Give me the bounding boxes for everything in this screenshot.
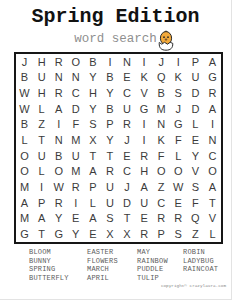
grid-cell[interactable]: U <box>101 195 118 211</box>
grid-cell[interactable]: B <box>16 70 33 86</box>
grid-cell[interactable]: J <box>16 54 33 70</box>
grid-cell[interactable]: L <box>204 226 221 242</box>
grid-cell[interactable]: A <box>204 54 221 70</box>
grid-cell[interactable]: E <box>84 226 101 242</box>
grid-cell[interactable]: S <box>170 85 187 101</box>
grid-cell[interactable]: Y <box>67 226 84 242</box>
word-list-item: FLOWERS <box>87 257 137 266</box>
grid-cell[interactable]: B <box>50 148 67 164</box>
grid-cell[interactable]: I <box>170 54 187 70</box>
grid-cell[interactable]: T <box>119 211 136 227</box>
grid-cell[interactable]: R <box>50 85 67 101</box>
grid-cell[interactable]: L <box>84 195 101 211</box>
grid-cell[interactable]: G <box>16 226 33 242</box>
grid-cell[interactable]: H <box>33 54 50 70</box>
grid-cell[interactable]: G <box>136 101 153 117</box>
grid-cell[interactable]: O <box>50 164 67 180</box>
grid-cell[interactable]: F <box>170 132 187 148</box>
grid-cell[interactable]: Y <box>84 101 101 117</box>
grid-cell[interactable]: E <box>170 195 187 211</box>
word-list-item: RAINBOW <box>137 257 183 266</box>
grid-cell[interactable]: F <box>67 117 84 133</box>
grid-cell[interactable]: P <box>33 195 50 211</box>
grid-cell[interactable]: R <box>119 117 136 133</box>
grid-cell[interactable]: A <box>204 101 221 117</box>
grid-cell[interactable]: E <box>119 148 136 164</box>
grid-cell[interactable]: M <box>16 211 33 227</box>
grid-cell[interactable]: B <box>16 117 33 133</box>
grid-cell[interactable]: Q <box>153 70 170 86</box>
grid-cell[interactable]: W <box>16 101 33 117</box>
grid-cell[interactable]: Z <box>153 179 170 195</box>
grid-cell[interactable]: A <box>16 195 33 211</box>
word-list-item: PUDDLE <box>137 265 183 274</box>
grid-cell[interactable]: I <box>204 117 221 133</box>
word-list-item: ROBIN <box>183 248 218 257</box>
grid-cell[interactable]: A <box>204 179 221 195</box>
grid-cell[interactable]: Y <box>50 211 67 227</box>
grid-cell[interactable]: I <box>67 195 84 211</box>
grid-cell[interactable]: R <box>153 211 170 227</box>
grid-cell[interactable]: N <box>50 132 67 148</box>
grid-cell[interactable]: O <box>153 164 170 180</box>
grid-cell[interactable]: L <box>16 132 33 148</box>
grid-cell[interactable]: B <box>101 101 118 117</box>
grid-cell[interactable]: K <box>153 132 170 148</box>
grid-cell[interactable]: O <box>16 148 33 164</box>
grid-cell[interactable]: O <box>67 54 84 70</box>
grid-cell[interactable]: V <box>204 211 221 227</box>
grid-cell[interactable]: A <box>84 211 101 227</box>
grid-cell[interactable]: I <box>33 179 50 195</box>
grid-cell[interactable]: G <box>170 117 187 133</box>
grid-cell[interactable]: N <box>67 70 84 86</box>
grid-cell[interactable]: S <box>84 117 101 133</box>
grid-cell[interactable]: X <box>119 226 136 242</box>
grid-cell[interactable]: M <box>67 132 84 148</box>
word-list-column: EASTERFLOWERSMARCHAPRIL <box>87 248 137 282</box>
grid-cell[interactable]: T <box>84 148 101 164</box>
word-list: BLOOMBUNNYSPRINGBUTTERFLYEASTERFLOWERSMA… <box>29 248 218 282</box>
word-list-item: TULIP <box>137 274 183 283</box>
grid-cell[interactable]: R <box>50 195 67 211</box>
word-list-column: BLOOMBUNNYSPRINGBUTTERFLY <box>29 248 87 282</box>
grid-cell[interactable]: Y <box>187 148 204 164</box>
grid-cell[interactable]: I <box>50 117 67 133</box>
grid-cell[interactable]: N <box>119 54 136 70</box>
grid-cell[interactable]: K <box>170 70 187 86</box>
grid-cell[interactable]: B <box>153 85 170 101</box>
grid-cell[interactable]: L <box>187 117 204 133</box>
grid-cell[interactable]: N <box>153 117 170 133</box>
copyright-text: copyright© crazylaura.com <box>161 283 226 288</box>
grid-cell[interactable]: I <box>101 54 118 70</box>
word-list-item: RAINCOAT <box>183 265 218 274</box>
grid-cell[interactable]: H <box>33 85 50 101</box>
word-list-item: MAY <box>137 248 183 257</box>
grid-cell[interactable]: U <box>101 179 118 195</box>
grid-cell[interactable]: E <box>136 211 153 227</box>
word-list-item: MARCH <box>87 265 137 274</box>
grid-cell[interactable]: I <box>136 54 153 70</box>
grid-cell[interactable]: H <box>84 85 101 101</box>
word-list-item: SPRING <box>29 265 87 274</box>
grid-cell[interactable]: U <box>33 70 50 86</box>
grid-cell[interactable]: R <box>50 54 67 70</box>
grid-cell[interactable]: B <box>101 70 118 86</box>
grid-cell[interactable]: P <box>84 179 101 195</box>
grid-cell[interactable]: N <box>50 70 67 86</box>
word-list-column: MAYRAINBOWPUDDLETULIP <box>137 248 183 282</box>
grid-cell[interactable]: W <box>50 179 67 195</box>
word-search-page: { "game": "word search", "title": "Sprin… <box>0 0 232 300</box>
grid-cell[interactable]: O <box>16 164 33 180</box>
grid-cell[interactable]: C <box>119 85 136 101</box>
word-list-item: BUTTERFLY <box>29 274 87 283</box>
page-subtitle: word search <box>0 32 231 46</box>
grid-cell[interactable]: T <box>204 195 221 211</box>
grid-cell[interactable]: R <box>136 226 153 242</box>
grid-cell[interactable]: P <box>153 226 170 242</box>
grid-cell[interactable]: D <box>187 85 204 101</box>
grid-cell[interactable]: T <box>33 226 50 242</box>
word-list-item: LADYBUG <box>183 257 218 266</box>
grid-cell[interactable]: U <box>67 148 84 164</box>
grid-cell[interactable]: J <box>170 101 187 117</box>
word-list-item: BUNNY <box>29 257 87 266</box>
grid-cell[interactable]: S <box>101 211 118 227</box>
grid-cell[interactable]: D <box>67 101 84 117</box>
grid-cell[interactable]: G <box>204 70 221 86</box>
word-list-item: EASTER <box>87 248 137 257</box>
grid-cell[interactable]: A <box>33 211 50 227</box>
grid-cell[interactable]: D <box>119 195 136 211</box>
grid-cell[interactable]: Z <box>187 226 204 242</box>
grid-cell[interactable]: Y <box>101 132 118 148</box>
grid-cell[interactable]: M <box>153 101 170 117</box>
grid-cell[interactable]: V <box>136 85 153 101</box>
grid-cell[interactable]: J <box>119 132 136 148</box>
grid-cell[interactable]: F <box>187 195 204 211</box>
grid-cell[interactable]: Q <box>187 211 204 227</box>
grid-cell[interactable]: V <box>187 164 204 180</box>
word-list-item: BLOOM <box>29 248 87 257</box>
grid-cell[interactable]: L <box>170 148 187 164</box>
page-title: Spring Edition <box>0 6 231 28</box>
grid-cell[interactable]: J <box>153 54 170 70</box>
grid-cell[interactable]: D <box>187 101 204 117</box>
grid-cell[interactable]: C <box>153 195 170 211</box>
grid-cell[interactable]: E <box>119 70 136 86</box>
grid-cell[interactable]: Y <box>84 70 101 86</box>
grid-cell[interactable]: O <box>170 164 187 180</box>
grid-cell[interactable]: A <box>84 164 101 180</box>
grid-cell[interactable]: R <box>101 164 118 180</box>
grid-cell[interactable]: J <box>119 179 136 195</box>
grid-cell[interactable]: I <box>136 132 153 148</box>
grid-cell[interactable]: X <box>101 226 118 242</box>
word-list-column: ROBINLADYBUGRAINCOAT <box>183 248 218 282</box>
grid-cell[interactable]: S <box>187 179 204 195</box>
grid-cell[interactable]: U <box>119 101 136 117</box>
grid-cell[interactable]: Z <box>33 117 50 133</box>
grid-cell[interactable]: W <box>16 85 33 101</box>
grid-cell[interactable]: K <box>136 70 153 86</box>
grid-cell[interactable]: I <box>136 117 153 133</box>
grid-cell[interactable]: L <box>33 164 50 180</box>
grid-cell[interactable]: C <box>67 85 84 101</box>
grid-cell[interactable]: A <box>136 179 153 195</box>
grid-cell[interactable]: C <box>204 148 221 164</box>
grid-cell[interactable]: C <box>119 164 136 180</box>
grid-cell[interactable]: U <box>136 195 153 211</box>
grid-cell[interactable]: M <box>67 164 84 180</box>
grid-cell[interactable]: T <box>33 132 50 148</box>
grid-cell[interactable]: F <box>153 148 170 164</box>
grid-cell[interactable]: H <box>136 164 153 180</box>
grid-cell[interactable]: R <box>170 211 187 227</box>
grid-cell[interactable]: S <box>170 226 187 242</box>
grid-cell[interactable]: R <box>67 179 84 195</box>
grid-cell[interactable]: W <box>170 179 187 195</box>
grid-cell[interactable]: P <box>101 117 118 133</box>
grid-cell[interactable]: M <box>16 179 33 195</box>
grid-cell[interactable]: R <box>204 85 221 101</box>
grid-cell[interactable]: O <box>204 164 221 180</box>
grid-cell[interactable]: N <box>204 132 221 148</box>
hatching-chick-icon <box>157 30 175 51</box>
grid-cell[interactable]: R <box>136 148 153 164</box>
grid-cell[interactable]: B <box>84 54 101 70</box>
grid-cell[interactable]: G <box>50 226 67 242</box>
word-search-grid: JHROBINIJIPABUNNYBEKQKUGWHRCHYCVBSDRWLAD… <box>14 52 223 244</box>
word-list-item: APRIL <box>87 274 137 283</box>
grid-cell[interactable]: T <box>101 148 118 164</box>
grid-cell[interactable]: L <box>33 101 50 117</box>
grid-cell[interactable]: X <box>84 132 101 148</box>
grid-cell[interactable]: Y <box>101 85 118 101</box>
grid-cell[interactable]: E <box>187 132 204 148</box>
grid-cell[interactable]: E <box>67 211 84 227</box>
grid-cell[interactable]: P <box>187 54 204 70</box>
grid-cell[interactable]: U <box>187 70 204 86</box>
grid-cell[interactable]: U <box>33 148 50 164</box>
grid-cell[interactable]: A <box>50 101 67 117</box>
